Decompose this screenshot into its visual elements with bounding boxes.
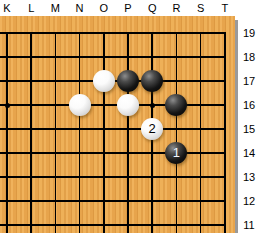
grid-line-col-R	[176, 32, 178, 233]
move-number-label: 2	[149, 121, 156, 136]
move-number-label: 1	[173, 145, 180, 160]
grid-line-row-19	[0, 32, 226, 34]
row-label-17: 17	[239, 74, 259, 88]
row-label-19: 19	[239, 26, 259, 40]
stone-white-O17[interactable]	[93, 70, 115, 92]
row-label-12: 12	[239, 194, 259, 208]
stone-white-N16[interactable]	[69, 94, 91, 116]
grid-line-col-O	[103, 32, 105, 233]
grid-line-col-K	[6, 32, 8, 233]
grid-line-col-S	[200, 32, 202, 233]
stone-white-P16[interactable]	[117, 94, 139, 116]
star-point-Q16	[150, 103, 155, 108]
grid-line-row-13	[0, 176, 226, 178]
row-label-14: 14	[239, 146, 259, 160]
col-label-Q: Q	[142, 1, 162, 15]
grid-line-col-P	[127, 32, 129, 233]
row-label-16: 16	[239, 98, 259, 112]
grid-line-row-12	[0, 200, 226, 202]
row-label-11: 11	[239, 218, 259, 232]
col-label-L: L	[21, 1, 41, 15]
col-label-N: N	[70, 1, 90, 15]
col-label-T: T	[215, 1, 235, 15]
board-edge-shadow	[235, 20, 238, 233]
stone-black-P17[interactable]	[117, 70, 139, 92]
grid-line-col-L	[30, 32, 32, 233]
star-point-K16	[5, 103, 10, 108]
grid-line-row-14	[0, 152, 226, 154]
grid-line-col-M	[55, 32, 57, 233]
col-label-M: M	[45, 1, 65, 15]
grid-line-row-18	[0, 56, 226, 58]
grid-line-row-11	[0, 224, 226, 226]
grid-line-row-15	[0, 128, 226, 130]
col-label-R: R	[166, 1, 186, 15]
col-label-O: O	[94, 1, 114, 15]
row-label-15: 15	[239, 122, 259, 136]
grid-line-col-T	[224, 32, 226, 233]
col-label-K: K	[0, 1, 17, 15]
row-label-13: 13	[239, 170, 259, 184]
grid-line-col-N	[79, 32, 81, 233]
col-label-S: S	[191, 1, 211, 15]
go-board-panel: K L M N O P Q R S T 19 18 17 16 15 14 13…	[0, 0, 260, 233]
grid-line-row-16	[0, 104, 226, 106]
row-label-18: 18	[239, 50, 259, 64]
col-label-P: P	[118, 1, 138, 15]
